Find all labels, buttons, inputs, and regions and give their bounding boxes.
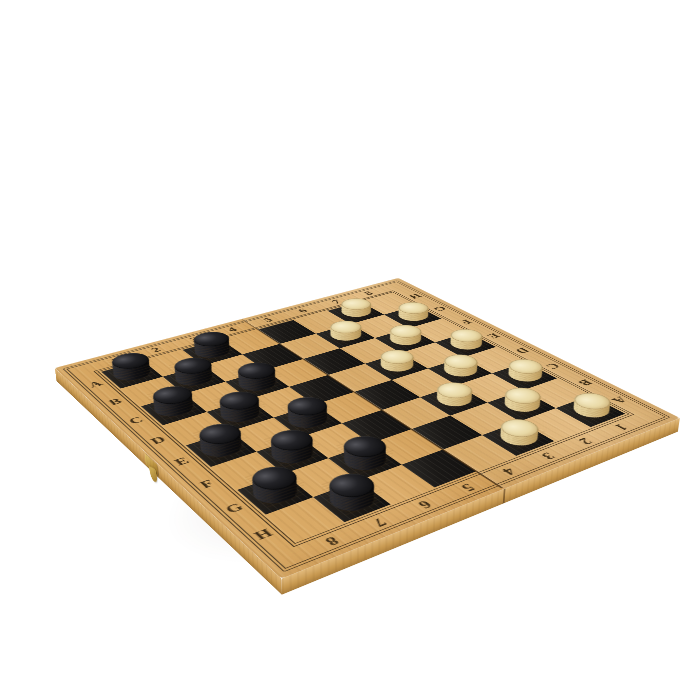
fold-seam-edge-notch [503,488,506,504]
product-photo: 12345678 87654321 ABCDEFGH HGFEDCBA [0,0,700,700]
